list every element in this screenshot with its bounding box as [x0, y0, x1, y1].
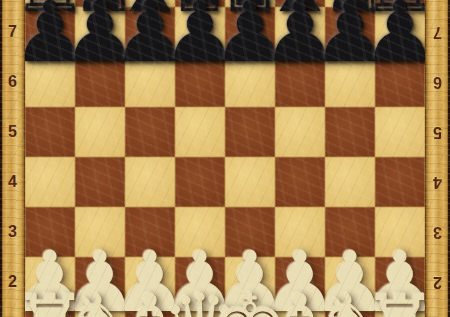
square-b5[interactable] [75, 107, 125, 157]
square-g5[interactable] [325, 107, 375, 157]
rank-label-right-5: 5 [425, 121, 450, 143]
rank-label-left-7: 7 [0, 21, 25, 43]
square-g4[interactable] [325, 157, 375, 207]
square-d5[interactable] [175, 107, 225, 157]
square-c5[interactable] [125, 107, 175, 157]
square-h4[interactable] [375, 157, 425, 207]
square-h5[interactable] [375, 107, 425, 157]
square-a5[interactable] [25, 107, 75, 157]
square-a4[interactable] [25, 157, 75, 207]
rank-label-right-2: 2 [425, 271, 450, 293]
rank-label-left-6: 6 [0, 71, 25, 93]
square-e4[interactable] [225, 157, 275, 207]
rank-label-right-4: 4 [425, 171, 450, 193]
square-c4[interactable] [125, 157, 175, 207]
rank-label-left-3: 3 [0, 221, 25, 243]
rank-label-left-4: 4 [0, 171, 25, 193]
rank-label-right-3: 3 [425, 221, 450, 243]
square-d4[interactable] [175, 157, 225, 207]
square-b4[interactable] [75, 157, 125, 207]
board-frame-right [425, 0, 450, 317]
rank-label-right-6: 6 [425, 71, 450, 93]
rank-label-left-2: 2 [0, 271, 25, 293]
piece-black-pawn-h7[interactable]: ♟ [375, 0, 425, 57]
piece-white-rook-h1[interactable]: ♜ [377, 289, 423, 317]
square-f5[interactable] [275, 107, 325, 157]
chess-board-view: ♜♞♝♛♚♝♞♜♟♟♟♟♟♟♟♟♟♟♟♟♟♟♟♟♜♞♝♛♚♝♞♜ 7766554… [0, 0, 450, 317]
square-e5[interactable] [225, 107, 275, 157]
rank-label-right-7: 7 [425, 21, 450, 43]
board-frame-left [0, 0, 25, 317]
rank-label-left-5: 5 [0, 121, 25, 143]
square-f4[interactable] [275, 157, 325, 207]
